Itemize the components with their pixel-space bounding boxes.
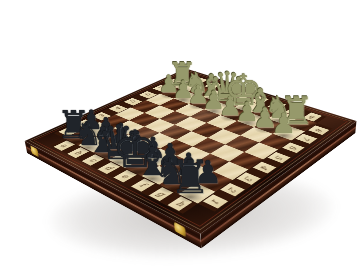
coordinate-label: d: [239, 93, 248, 97]
coordinate-label: 7: [157, 87, 166, 91]
coordinate-label: 2: [81, 122, 91, 126]
coordinate-label: c: [224, 88, 232, 92]
coordinate-label: e: [255, 98, 264, 102]
coordinate-label: 3: [97, 114, 107, 118]
coordinate-label: a: [195, 79, 203, 83]
product-photo-scene: abcdefgh 87654321 87654321 abcdefgh ♜♞♟♝…: [0, 0, 360, 270]
coordinate-label: b: [209, 83, 218, 87]
coordinate-label: f: [273, 104, 280, 108]
coordinate-label: 1: [63, 129, 73, 134]
brass-clasp-left: [30, 146, 39, 158]
coordinate-label: g: [289, 109, 299, 114]
coordinate-label: h: [308, 115, 318, 120]
board-tilt-wrapper: abcdefgh 87654321 87654321 abcdefgh: [0, 0, 360, 270]
coordinate-label: 8: [170, 81, 179, 84]
brass-clasp-right: [174, 222, 186, 237]
coordinate-label: 5: [128, 100, 137, 104]
coordinate-label: 4: [113, 107, 122, 111]
coordinate-label: 6: [143, 93, 152, 97]
